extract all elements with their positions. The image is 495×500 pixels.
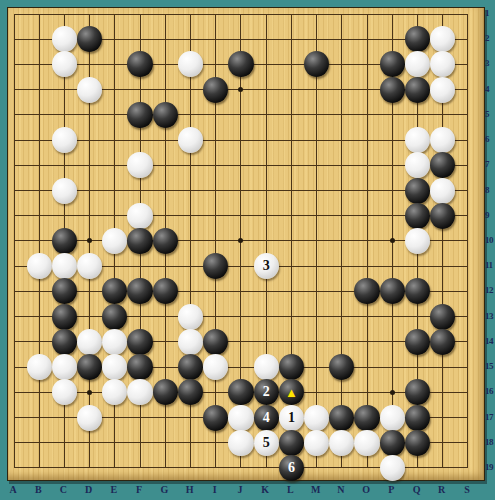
point-M17[interactable] (304, 405, 329, 430)
point-B18[interactable] (27, 430, 52, 455)
point-I17[interactable] (203, 405, 228, 430)
point-H1[interactable] (178, 1, 203, 26)
point-S5[interactable] (455, 102, 480, 127)
point-Q10[interactable] (405, 228, 430, 253)
point-R10[interactable] (430, 228, 455, 253)
point-O7[interactable] (354, 153, 379, 178)
point-Q2[interactable] (405, 27, 430, 52)
point-A11[interactable] (1, 254, 26, 279)
point-I11[interactable] (203, 254, 228, 279)
point-G10[interactable] (153, 228, 178, 253)
point-P7[interactable] (380, 153, 405, 178)
point-J2[interactable] (228, 27, 253, 52)
point-S11[interactable] (455, 254, 480, 279)
point-M2[interactable] (304, 27, 329, 52)
point-M12[interactable] (304, 279, 329, 304)
point-M6[interactable] (304, 127, 329, 152)
point-C13[interactable] (52, 304, 77, 329)
point-M9[interactable] (304, 203, 329, 228)
point-B14[interactable] (27, 329, 52, 354)
point-F5[interactable] (127, 102, 152, 127)
point-C17[interactable] (52, 405, 77, 430)
point-M19[interactable] (304, 455, 329, 480)
point-P17[interactable] (380, 405, 405, 430)
point-R2[interactable] (430, 27, 455, 52)
point-D14[interactable] (77, 329, 102, 354)
point-J10[interactable] (228, 228, 253, 253)
point-C11[interactable] (52, 254, 77, 279)
point-P6[interactable] (380, 127, 405, 152)
point-R14[interactable] (430, 329, 455, 354)
point-L2[interactable] (279, 27, 304, 52)
point-P13[interactable] (380, 304, 405, 329)
point-E19[interactable] (102, 455, 127, 480)
point-K8[interactable] (254, 178, 279, 203)
point-L1[interactable] (279, 1, 304, 26)
point-I16[interactable] (203, 380, 228, 405)
point-Q17[interactable] (405, 405, 430, 430)
point-P4[interactable] (380, 77, 405, 102)
point-J13[interactable] (228, 304, 253, 329)
point-S10[interactable] (455, 228, 480, 253)
point-Q14[interactable] (405, 329, 430, 354)
point-J14[interactable] (228, 329, 253, 354)
point-R18[interactable] (430, 430, 455, 455)
point-H14[interactable] (178, 329, 203, 354)
point-B3[interactable] (27, 52, 52, 77)
point-O17[interactable] (354, 405, 379, 430)
point-K5[interactable] (254, 102, 279, 127)
point-D9[interactable] (77, 203, 102, 228)
point-H15[interactable] (178, 354, 203, 379)
point-J16[interactable] (228, 380, 253, 405)
point-E8[interactable] (102, 178, 127, 203)
point-I14[interactable] (203, 329, 228, 354)
point-L12[interactable] (279, 279, 304, 304)
point-L14[interactable] (279, 329, 304, 354)
point-O6[interactable] (354, 127, 379, 152)
point-F14[interactable] (127, 329, 152, 354)
point-F15[interactable] (127, 354, 152, 379)
point-C15[interactable] (52, 354, 77, 379)
point-D1[interactable] (77, 1, 102, 26)
point-A6[interactable] (1, 127, 26, 152)
point-S6[interactable] (455, 127, 480, 152)
point-K10[interactable] (254, 228, 279, 253)
point-S3[interactable] (455, 52, 480, 77)
point-J19[interactable] (228, 455, 253, 480)
point-H8[interactable] (178, 178, 203, 203)
point-O14[interactable] (354, 329, 379, 354)
point-L13[interactable] (279, 304, 304, 329)
point-S2[interactable] (455, 27, 480, 52)
point-Q13[interactable] (405, 304, 430, 329)
point-E10[interactable] (102, 228, 127, 253)
point-Q16[interactable] (405, 380, 430, 405)
point-D2[interactable] (77, 27, 102, 52)
point-K7[interactable] (254, 153, 279, 178)
point-O3[interactable] (354, 52, 379, 77)
point-B16[interactable] (27, 380, 52, 405)
point-E7[interactable] (102, 153, 127, 178)
point-H9[interactable] (178, 203, 203, 228)
point-A13[interactable] (1, 304, 26, 329)
point-M3[interactable] (304, 52, 329, 77)
point-E15[interactable] (102, 354, 127, 379)
point-E9[interactable] (102, 203, 127, 228)
point-B7[interactable] (27, 153, 52, 178)
point-Q9[interactable] (405, 203, 430, 228)
point-I3[interactable] (203, 52, 228, 77)
point-L3[interactable] (279, 52, 304, 77)
point-L10[interactable] (279, 228, 304, 253)
point-J17[interactable] (228, 405, 253, 430)
point-S4[interactable] (455, 77, 480, 102)
point-D7[interactable] (77, 153, 102, 178)
point-G13[interactable] (153, 304, 178, 329)
point-R6[interactable] (430, 127, 455, 152)
point-J15[interactable] (228, 354, 253, 379)
point-I7[interactable] (203, 153, 228, 178)
point-A15[interactable] (1, 354, 26, 379)
point-G8[interactable] (153, 178, 178, 203)
point-E6[interactable] (102, 127, 127, 152)
point-O11[interactable] (354, 254, 379, 279)
point-R12[interactable] (430, 279, 455, 304)
point-G15[interactable] (153, 354, 178, 379)
point-E5[interactable] (102, 102, 127, 127)
point-G6[interactable] (153, 127, 178, 152)
point-D19[interactable] (77, 455, 102, 480)
point-L11[interactable] (279, 254, 304, 279)
point-N16[interactable] (329, 380, 354, 405)
point-M18[interactable] (304, 430, 329, 455)
point-N8[interactable] (329, 178, 354, 203)
point-G11[interactable] (153, 254, 178, 279)
point-Q5[interactable] (405, 102, 430, 127)
point-F16[interactable] (127, 380, 152, 405)
point-H5[interactable] (178, 102, 203, 127)
point-S8[interactable] (455, 178, 480, 203)
point-E17[interactable] (102, 405, 127, 430)
point-R7[interactable] (430, 153, 455, 178)
point-N15[interactable] (329, 354, 354, 379)
point-N19[interactable] (329, 455, 354, 480)
point-D17[interactable] (77, 405, 102, 430)
point-B9[interactable] (27, 203, 52, 228)
point-P3[interactable] (380, 52, 405, 77)
point-I5[interactable] (203, 102, 228, 127)
point-D3[interactable] (77, 52, 102, 77)
point-P5[interactable] (380, 102, 405, 127)
point-N2[interactable] (329, 27, 354, 52)
point-G16[interactable] (153, 380, 178, 405)
point-E12[interactable] (102, 279, 127, 304)
point-R3[interactable] (430, 52, 455, 77)
point-G2[interactable] (153, 27, 178, 52)
point-J5[interactable] (228, 102, 253, 127)
point-M5[interactable] (304, 102, 329, 127)
point-F18[interactable] (127, 430, 152, 455)
point-K3[interactable] (254, 52, 279, 77)
point-S12[interactable] (455, 279, 480, 304)
point-G3[interactable] (153, 52, 178, 77)
point-M1[interactable] (304, 1, 329, 26)
point-H2[interactable] (178, 27, 203, 52)
point-N10[interactable] (329, 228, 354, 253)
point-O8[interactable] (354, 178, 379, 203)
point-C12[interactable] (52, 279, 77, 304)
point-Q12[interactable] (405, 279, 430, 304)
point-G19[interactable] (153, 455, 178, 480)
point-B19[interactable] (27, 455, 52, 480)
point-K6[interactable] (254, 127, 279, 152)
point-B2[interactable] (27, 27, 52, 52)
point-R19[interactable] (430, 455, 455, 480)
point-A16[interactable] (1, 380, 26, 405)
point-K19[interactable] (254, 455, 279, 480)
point-P15[interactable] (380, 354, 405, 379)
point-A1[interactable] (1, 1, 26, 26)
point-E1[interactable] (102, 1, 127, 26)
point-F13[interactable] (127, 304, 152, 329)
point-A18[interactable] (1, 430, 26, 455)
point-A17[interactable] (1, 405, 26, 430)
point-I15[interactable] (203, 354, 228, 379)
point-I13[interactable] (203, 304, 228, 329)
point-G5[interactable] (153, 102, 178, 127)
point-B15[interactable] (27, 354, 52, 379)
point-L16[interactable]: ▲ (279, 380, 304, 405)
point-I10[interactable] (203, 228, 228, 253)
point-K4[interactable] (254, 77, 279, 102)
point-K1[interactable] (254, 1, 279, 26)
point-O16[interactable] (354, 380, 379, 405)
point-J8[interactable] (228, 178, 253, 203)
point-D13[interactable] (77, 304, 102, 329)
point-I19[interactable] (203, 455, 228, 480)
point-H13[interactable] (178, 304, 203, 329)
point-C5[interactable] (52, 102, 77, 127)
point-B13[interactable] (27, 304, 52, 329)
point-S17[interactable] (455, 405, 480, 430)
point-E2[interactable] (102, 27, 127, 52)
point-P10[interactable] (380, 228, 405, 253)
point-M16[interactable] (304, 380, 329, 405)
point-I1[interactable] (203, 1, 228, 26)
point-Q19[interactable] (405, 455, 430, 480)
point-G18[interactable] (153, 430, 178, 455)
point-B11[interactable] (27, 254, 52, 279)
point-M14[interactable] (304, 329, 329, 354)
point-A8[interactable] (1, 178, 26, 203)
point-S7[interactable] (455, 153, 480, 178)
point-P2[interactable] (380, 27, 405, 52)
point-R17[interactable] (430, 405, 455, 430)
point-O9[interactable] (354, 203, 379, 228)
point-Q6[interactable] (405, 127, 430, 152)
point-E14[interactable] (102, 329, 127, 354)
point-S18[interactable] (455, 430, 480, 455)
point-J7[interactable] (228, 153, 253, 178)
point-R15[interactable] (430, 354, 455, 379)
point-R13[interactable] (430, 304, 455, 329)
point-D6[interactable] (77, 127, 102, 152)
point-D8[interactable] (77, 178, 102, 203)
point-R1[interactable] (430, 1, 455, 26)
point-Q11[interactable] (405, 254, 430, 279)
point-N6[interactable] (329, 127, 354, 152)
point-R8[interactable] (430, 178, 455, 203)
point-H19[interactable] (178, 455, 203, 480)
point-C1[interactable] (52, 1, 77, 26)
point-C6[interactable] (52, 127, 77, 152)
point-F9[interactable] (127, 203, 152, 228)
point-D11[interactable] (77, 254, 102, 279)
point-A9[interactable] (1, 203, 26, 228)
point-I8[interactable] (203, 178, 228, 203)
point-N3[interactable] (329, 52, 354, 77)
point-C2[interactable] (52, 27, 77, 52)
point-G12[interactable] (153, 279, 178, 304)
point-L7[interactable] (279, 153, 304, 178)
point-M7[interactable] (304, 153, 329, 178)
point-S15[interactable] (455, 354, 480, 379)
point-N1[interactable] (329, 1, 354, 26)
point-L19[interactable]: 6 (279, 455, 304, 480)
point-I12[interactable] (203, 279, 228, 304)
point-N14[interactable] (329, 329, 354, 354)
point-H12[interactable] (178, 279, 203, 304)
point-F3[interactable] (127, 52, 152, 77)
point-O18[interactable] (354, 430, 379, 455)
point-Q4[interactable] (405, 77, 430, 102)
point-R4[interactable] (430, 77, 455, 102)
point-G1[interactable] (153, 1, 178, 26)
point-M15[interactable] (304, 354, 329, 379)
point-C18[interactable] (52, 430, 77, 455)
point-H16[interactable] (178, 380, 203, 405)
point-B4[interactable] (27, 77, 52, 102)
point-H18[interactable] (178, 430, 203, 455)
point-F1[interactable] (127, 1, 152, 26)
point-A19[interactable] (1, 455, 26, 480)
point-C9[interactable] (52, 203, 77, 228)
point-F6[interactable] (127, 127, 152, 152)
point-K12[interactable] (254, 279, 279, 304)
point-B17[interactable] (27, 405, 52, 430)
point-H6[interactable] (178, 127, 203, 152)
point-J9[interactable] (228, 203, 253, 228)
point-Q1[interactable] (405, 1, 430, 26)
point-C16[interactable] (52, 380, 77, 405)
point-J3[interactable] (228, 52, 253, 77)
point-R11[interactable] (430, 254, 455, 279)
point-C14[interactable] (52, 329, 77, 354)
point-O4[interactable] (354, 77, 379, 102)
point-R5[interactable] (430, 102, 455, 127)
point-I6[interactable] (203, 127, 228, 152)
point-F7[interactable] (127, 153, 152, 178)
point-E16[interactable] (102, 380, 127, 405)
point-F8[interactable] (127, 178, 152, 203)
point-Q3[interactable] (405, 52, 430, 77)
point-R9[interactable] (430, 203, 455, 228)
point-K18[interactable]: 5 (254, 430, 279, 455)
point-S1[interactable] (455, 1, 480, 26)
point-K2[interactable] (254, 27, 279, 52)
point-B8[interactable] (27, 178, 52, 203)
point-P14[interactable] (380, 329, 405, 354)
point-L18[interactable] (279, 430, 304, 455)
point-J4[interactable] (228, 77, 253, 102)
point-C19[interactable] (52, 455, 77, 480)
point-N17[interactable] (329, 405, 354, 430)
point-I9[interactable] (203, 203, 228, 228)
point-P16[interactable] (380, 380, 405, 405)
point-N11[interactable] (329, 254, 354, 279)
point-C3[interactable] (52, 52, 77, 77)
point-M11[interactable] (304, 254, 329, 279)
point-G7[interactable] (153, 153, 178, 178)
point-G9[interactable] (153, 203, 178, 228)
point-P8[interactable] (380, 178, 405, 203)
point-D16[interactable] (77, 380, 102, 405)
point-H4[interactable] (178, 77, 203, 102)
point-H11[interactable] (178, 254, 203, 279)
point-J12[interactable] (228, 279, 253, 304)
point-P9[interactable] (380, 203, 405, 228)
point-Q7[interactable] (405, 153, 430, 178)
point-I4[interactable] (203, 77, 228, 102)
point-A12[interactable] (1, 279, 26, 304)
point-M10[interactable] (304, 228, 329, 253)
point-P18[interactable] (380, 430, 405, 455)
point-L17[interactable]: 1 (279, 405, 304, 430)
point-N9[interactable] (329, 203, 354, 228)
point-A2[interactable] (1, 27, 26, 52)
point-B6[interactable] (27, 127, 52, 152)
point-Q15[interactable] (405, 354, 430, 379)
point-N4[interactable] (329, 77, 354, 102)
point-O13[interactable] (354, 304, 379, 329)
point-G17[interactable] (153, 405, 178, 430)
point-K9[interactable] (254, 203, 279, 228)
point-K14[interactable] (254, 329, 279, 354)
point-D5[interactable] (77, 102, 102, 127)
point-P19[interactable] (380, 455, 405, 480)
point-A4[interactable] (1, 77, 26, 102)
point-C4[interactable] (52, 77, 77, 102)
point-C7[interactable] (52, 153, 77, 178)
point-P11[interactable] (380, 254, 405, 279)
point-E4[interactable] (102, 77, 127, 102)
point-O15[interactable] (354, 354, 379, 379)
point-L15[interactable] (279, 354, 304, 379)
point-E18[interactable] (102, 430, 127, 455)
point-M13[interactable] (304, 304, 329, 329)
point-I18[interactable] (203, 430, 228, 455)
point-L4[interactable] (279, 77, 304, 102)
point-D10[interactable] (77, 228, 102, 253)
point-O5[interactable] (354, 102, 379, 127)
point-G14[interactable] (153, 329, 178, 354)
point-L9[interactable] (279, 203, 304, 228)
point-D12[interactable] (77, 279, 102, 304)
point-K13[interactable] (254, 304, 279, 329)
point-F12[interactable] (127, 279, 152, 304)
point-K16[interactable]: 2 (254, 380, 279, 405)
